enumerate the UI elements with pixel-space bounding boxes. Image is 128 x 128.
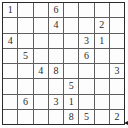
cell-r7c1[interactable]	[3, 95, 17, 109]
cell-r4c6[interactable]: 6	[79, 49, 93, 63]
cell-r2c6[interactable]	[79, 18, 93, 32]
cell-r1c1[interactable]: 1	[3, 3, 17, 17]
cell-r3c4[interactable]	[49, 34, 63, 48]
cell-r6c1[interactable]	[3, 79, 17, 93]
cell-r8c8[interactable]: 2	[110, 110, 124, 124]
mouse-cursor-icon	[124, 121, 128, 125]
cell-r6c4[interactable]	[49, 79, 63, 93]
cell-r1c8[interactable]	[110, 3, 124, 17]
cell-r1c4[interactable]: 6	[49, 3, 63, 17]
cell-r7c2[interactable]: 6	[18, 95, 32, 109]
cell-r2c2[interactable]	[18, 18, 32, 32]
cell-r8c6[interactable]: 5	[79, 110, 93, 124]
cell-r5c3[interactable]: 4	[34, 64, 48, 78]
cell-r7c4[interactable]: 3	[49, 95, 63, 109]
cell-r6c7[interactable]	[95, 79, 109, 93]
cell-r1c5[interactable]	[64, 3, 78, 17]
cell-r7c7[interactable]	[95, 95, 109, 109]
cell-r8c5[interactable]: 8	[64, 110, 78, 124]
cell-r4c1[interactable]	[3, 49, 17, 63]
cell-r8c3[interactable]	[34, 110, 48, 124]
cell-r7c6[interactable]	[79, 95, 93, 109]
cell-r4c2[interactable]: 5	[18, 49, 32, 63]
cell-r6c8[interactable]	[110, 79, 124, 93]
cell-r7c8[interactable]	[110, 95, 124, 109]
cell-r1c3[interactable]	[34, 3, 48, 17]
cell-r4c7[interactable]	[95, 49, 109, 63]
cell-r6c3[interactable]	[34, 79, 48, 93]
puzzle-screenshot: 1642431564835631852	[0, 0, 128, 128]
cell-r3c3[interactable]	[34, 34, 48, 48]
cell-r5c8[interactable]: 3	[110, 64, 124, 78]
cell-r4c5[interactable]	[64, 49, 78, 63]
cell-r2c8[interactable]	[110, 18, 124, 32]
cell-r3c1[interactable]: 4	[3, 34, 17, 48]
cell-r8c2[interactable]	[18, 110, 32, 124]
cell-r1c6[interactable]	[79, 3, 93, 17]
cell-r4c3[interactable]	[34, 49, 48, 63]
cell-r3c5[interactable]	[64, 34, 78, 48]
cell-r3c6[interactable]: 3	[79, 34, 93, 48]
cell-r2c7[interactable]: 2	[95, 18, 109, 32]
cell-r8c7[interactable]	[95, 110, 109, 124]
cell-r5c1[interactable]	[3, 64, 17, 78]
cell-r2c1[interactable]	[3, 18, 17, 32]
cell-r5c2[interactable]	[18, 64, 32, 78]
cell-r6c5[interactable]: 5	[64, 79, 78, 93]
cell-r3c2[interactable]	[18, 34, 32, 48]
cell-r6c6[interactable]	[79, 79, 93, 93]
cell-r5c6[interactable]	[79, 64, 93, 78]
cell-r5c4[interactable]: 8	[49, 64, 63, 78]
cell-r4c8[interactable]	[110, 49, 124, 63]
cell-r2c3[interactable]	[34, 18, 48, 32]
cell-r4c4[interactable]	[49, 49, 63, 63]
cell-r5c5[interactable]	[64, 64, 78, 78]
sudoku-board: 1642431564835631852	[2, 2, 125, 125]
cell-r8c1[interactable]	[3, 110, 17, 124]
cell-r7c5[interactable]: 1	[64, 95, 78, 109]
cell-r7c3[interactable]	[34, 95, 48, 109]
cell-r2c4[interactable]: 4	[49, 18, 63, 32]
cell-r3c7[interactable]: 1	[95, 34, 109, 48]
cell-r8c4[interactable]	[49, 110, 63, 124]
cell-r3c8[interactable]	[110, 34, 124, 48]
cell-r5c7[interactable]	[95, 64, 109, 78]
cell-r1c7[interactable]	[95, 3, 109, 17]
cell-r6c2[interactable]	[18, 79, 32, 93]
cell-r1c2[interactable]	[18, 3, 32, 17]
cell-r2c5[interactable]	[64, 18, 78, 32]
